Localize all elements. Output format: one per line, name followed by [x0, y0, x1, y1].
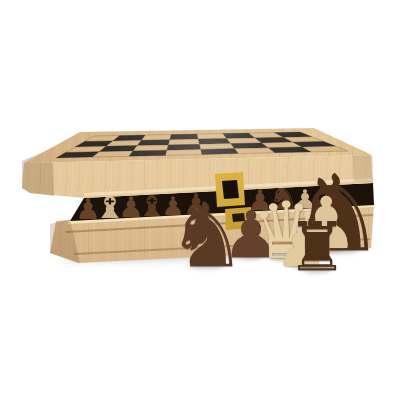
product-photo: Product photo on a white background: a l…	[0, 0, 400, 400]
piece-dark-rook[interactable]: ♜	[287, 224, 347, 271]
